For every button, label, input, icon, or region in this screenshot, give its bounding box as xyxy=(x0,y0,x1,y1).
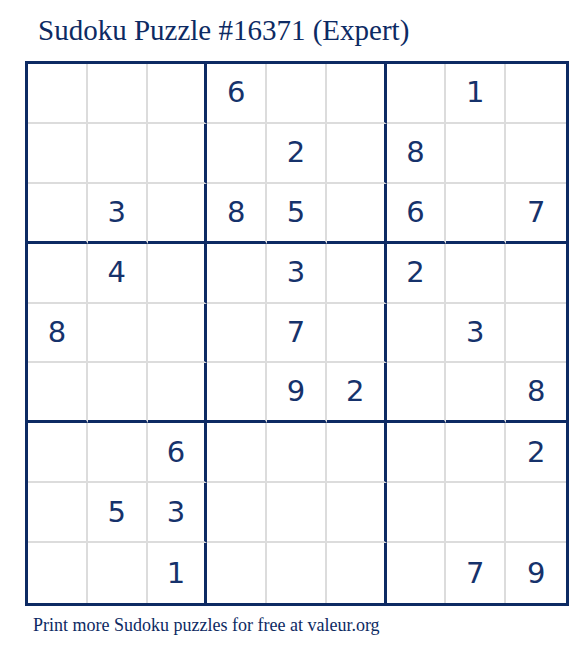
cell-r8c6-empty[interactable] xyxy=(327,483,387,543)
cell-r6c2-empty[interactable] xyxy=(88,363,148,423)
cell-r4c8-empty[interactable] xyxy=(446,244,506,304)
cell-r3c6-empty[interactable] xyxy=(327,184,387,244)
cell-r7c4-empty[interactable] xyxy=(207,423,267,483)
cell-r5c7-empty[interactable] xyxy=(387,304,447,364)
cell-r9c6-empty[interactable] xyxy=(327,543,387,603)
cell-r8c8-empty[interactable] xyxy=(446,483,506,543)
cell-r3c9-given: 7 xyxy=(506,184,566,244)
cell-r4c2-given: 4 xyxy=(88,244,148,304)
cell-r8c5-empty[interactable] xyxy=(267,483,327,543)
cell-r7c2-empty[interactable] xyxy=(88,423,148,483)
cell-r9c9-given: 9 xyxy=(506,543,566,603)
cell-r4c6-empty[interactable] xyxy=(327,244,387,304)
cell-r6c9-given: 8 xyxy=(506,363,566,423)
cell-r4c9-empty[interactable] xyxy=(506,244,566,304)
cell-r4c3-empty[interactable] xyxy=(148,244,208,304)
cell-r7c8-empty[interactable] xyxy=(446,423,506,483)
cell-r8c7-empty[interactable] xyxy=(387,483,447,543)
cell-r3c1-empty[interactable] xyxy=(28,184,88,244)
cell-r5c3-empty[interactable] xyxy=(148,304,208,364)
cell-r1c5-empty[interactable] xyxy=(267,64,327,124)
cell-r6c3-empty[interactable] xyxy=(148,363,208,423)
cell-r6c4-empty[interactable] xyxy=(207,363,267,423)
cell-r5c9-empty[interactable] xyxy=(506,304,566,364)
cell-r2c2-empty[interactable] xyxy=(88,124,148,184)
cell-r7c5-empty[interactable] xyxy=(267,423,327,483)
cell-r5c1-given: 8 xyxy=(28,304,88,364)
cell-r5c5-given: 7 xyxy=(267,304,327,364)
cell-r2c6-empty[interactable] xyxy=(327,124,387,184)
cell-r2c5-given: 2 xyxy=(267,124,327,184)
cell-r3c2-given: 3 xyxy=(88,184,148,244)
cell-r1c2-empty[interactable] xyxy=(88,64,148,124)
cell-r8c3-given: 3 xyxy=(148,483,208,543)
cell-r3c5-given: 5 xyxy=(267,184,327,244)
cell-r1c3-empty[interactable] xyxy=(148,64,208,124)
cell-r2c3-empty[interactable] xyxy=(148,124,208,184)
cell-r5c4-empty[interactable] xyxy=(207,304,267,364)
cell-r6c7-empty[interactable] xyxy=(387,363,447,423)
cell-r8c2-given: 5 xyxy=(88,483,148,543)
cell-r5c8-given: 3 xyxy=(446,304,506,364)
cell-r9c1-empty[interactable] xyxy=(28,543,88,603)
cell-r3c4-given: 8 xyxy=(207,184,267,244)
cell-r2c4-empty[interactable] xyxy=(207,124,267,184)
cell-r9c4-empty[interactable] xyxy=(207,543,267,603)
cell-r5c2-empty[interactable] xyxy=(88,304,148,364)
cell-r8c1-empty[interactable] xyxy=(28,483,88,543)
cell-r4c5-given: 3 xyxy=(267,244,327,304)
cell-r1c7-empty[interactable] xyxy=(387,64,447,124)
cell-r8c4-empty[interactable] xyxy=(207,483,267,543)
cell-r4c7-given: 2 xyxy=(387,244,447,304)
cell-r1c8-given: 1 xyxy=(446,64,506,124)
cell-r3c7-given: 6 xyxy=(387,184,447,244)
cell-r6c6-given: 2 xyxy=(327,363,387,423)
cell-r3c8-empty[interactable] xyxy=(446,184,506,244)
cell-r7c1-empty[interactable] xyxy=(28,423,88,483)
footer-text: Print more Sudoku puzzles for free at va… xyxy=(33,615,380,636)
cell-r1c4-given: 6 xyxy=(207,64,267,124)
cell-r2c8-empty[interactable] xyxy=(446,124,506,184)
cell-r1c9-empty[interactable] xyxy=(506,64,566,124)
cell-r1c1-empty[interactable] xyxy=(28,64,88,124)
cell-r9c7-empty[interactable] xyxy=(387,543,447,603)
cell-r6c1-empty[interactable] xyxy=(28,363,88,423)
cell-r4c4-empty[interactable] xyxy=(207,244,267,304)
sudoku-page: Sudoku Puzzle #16371 (Expert) 6128385674… xyxy=(0,0,580,651)
cell-r7c6-empty[interactable] xyxy=(327,423,387,483)
cell-r9c5-empty[interactable] xyxy=(267,543,327,603)
cell-r7c9-given: 2 xyxy=(506,423,566,483)
cell-r6c8-empty[interactable] xyxy=(446,363,506,423)
cell-r9c3-given: 1 xyxy=(148,543,208,603)
cell-r9c8-given: 7 xyxy=(446,543,506,603)
cell-r7c7-empty[interactable] xyxy=(387,423,447,483)
cell-r7c3-given: 6 xyxy=(148,423,208,483)
cell-r5c6-empty[interactable] xyxy=(327,304,387,364)
cell-r8c9-empty[interactable] xyxy=(506,483,566,543)
cell-r4c1-empty[interactable] xyxy=(28,244,88,304)
cell-r2c9-empty[interactable] xyxy=(506,124,566,184)
cell-r1c6-empty[interactable] xyxy=(327,64,387,124)
cell-r3c3-empty[interactable] xyxy=(148,184,208,244)
sudoku-board: 6128385674328739286253179 xyxy=(25,61,569,606)
cell-r6c5-given: 9 xyxy=(267,363,327,423)
cell-r2c7-given: 8 xyxy=(387,124,447,184)
cell-r2c1-empty[interactable] xyxy=(28,124,88,184)
page-title: Sudoku Puzzle #16371 (Expert) xyxy=(38,14,409,47)
cell-r9c2-empty[interactable] xyxy=(88,543,148,603)
